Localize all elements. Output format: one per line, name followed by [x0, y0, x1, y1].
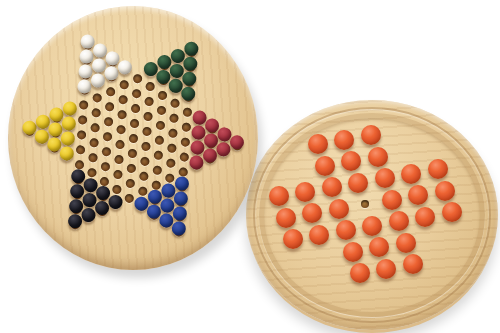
empty-hole[interactable] — [124, 193, 134, 203]
peg-blue[interactable] — [171, 221, 186, 236]
empty-hole[interactable] — [182, 107, 192, 117]
empty-hole[interactable] — [116, 125, 126, 135]
marble-orange[interactable] — [315, 156, 335, 176]
marble-orange[interactable] — [376, 259, 396, 279]
empty-hole[interactable] — [167, 143, 177, 153]
marble-orange[interactable] — [309, 225, 329, 245]
empty-hole[interactable] — [99, 176, 109, 186]
peg-blue[interactable] — [173, 191, 188, 206]
marble-orange[interactable] — [396, 233, 416, 253]
empty-hole[interactable] — [144, 97, 154, 107]
marble-orange[interactable] — [329, 199, 349, 219]
peg-white[interactable] — [104, 66, 119, 81]
marble-orange[interactable] — [389, 211, 409, 231]
empty-hole[interactable] — [78, 100, 88, 110]
empty-hole[interactable] — [89, 138, 99, 148]
marble-orange[interactable] — [401, 164, 421, 184]
marble-orange[interactable] — [269, 186, 289, 206]
empty-hole[interactable] — [143, 112, 153, 122]
empty-hole[interactable] — [127, 148, 137, 158]
peg-yellow[interactable] — [59, 145, 74, 160]
marble-orange[interactable] — [341, 151, 361, 171]
empty-hole[interactable] — [114, 155, 124, 165]
empty-hole[interactable] — [139, 172, 149, 182]
empty-hole[interactable] — [128, 133, 138, 143]
empty-hole[interactable] — [170, 99, 180, 109]
marble-orange[interactable] — [350, 263, 370, 283]
empty-hole[interactable] — [145, 82, 155, 92]
marble-orange[interactable] — [369, 237, 389, 257]
empty-hole[interactable] — [138, 186, 148, 196]
marble-orange[interactable] — [435, 181, 455, 201]
empty-hole[interactable] — [76, 130, 86, 140]
marble-orange[interactable] — [362, 216, 382, 236]
marble-orange[interactable] — [276, 208, 296, 228]
empty-hole[interactable] — [169, 113, 179, 123]
peg-black[interactable] — [95, 201, 110, 216]
empty-hole[interactable] — [157, 90, 167, 100]
empty-hole[interactable] — [125, 178, 135, 188]
chinese-checkers-pieces-layer — [8, 6, 258, 270]
empty-hole[interactable] — [119, 80, 129, 90]
marble-orange[interactable] — [415, 207, 435, 227]
empty-hole[interactable] — [100, 161, 110, 171]
empty-hole[interactable] — [166, 158, 176, 168]
marble-orange[interactable] — [308, 134, 328, 154]
product-photo-two-wooden-game-boards — [0, 0, 500, 333]
empty-hole[interactable] — [130, 103, 140, 113]
marble-orange[interactable] — [295, 182, 315, 202]
marble-orange[interactable] — [442, 202, 462, 222]
empty-hole[interactable] — [141, 142, 151, 152]
empty-hole[interactable] — [155, 120, 165, 130]
empty-hole[interactable] — [140, 157, 150, 167]
peg-white[interactable] — [77, 79, 92, 94]
empty-hole[interactable] — [154, 135, 164, 145]
empty-hole[interactable] — [104, 101, 114, 111]
marble-orange[interactable] — [361, 125, 381, 145]
empty-hole[interactable] — [91, 108, 101, 118]
marble-orange[interactable] — [336, 220, 356, 240]
empty-hole[interactable] — [152, 165, 162, 175]
empty-hole[interactable] — [142, 127, 152, 137]
marble-orange[interactable] — [408, 185, 428, 205]
peg-yellow[interactable] — [61, 116, 76, 131]
empty-hole[interactable] — [178, 167, 188, 177]
peg-white[interactable] — [90, 72, 105, 87]
empty-hole[interactable] — [87, 168, 97, 178]
peg-dark-green[interactable] — [182, 71, 197, 86]
empty-hole[interactable] — [102, 131, 112, 141]
empty-hole[interactable] — [105, 86, 115, 96]
empty-hole[interactable] — [151, 180, 161, 190]
peg-dark-red[interactable] — [216, 141, 231, 156]
marble-orange[interactable] — [302, 203, 322, 223]
empty-hole[interactable] — [90, 123, 100, 133]
empty-hole[interactable] — [101, 146, 111, 156]
peg-dark-green[interactable] — [184, 41, 199, 56]
empty-hole[interactable] — [115, 140, 125, 150]
empty-hole[interactable] — [75, 145, 85, 155]
empty-hole[interactable] — [92, 93, 102, 103]
marble-orange[interactable] — [322, 177, 342, 197]
empty-hole[interactable] — [112, 185, 122, 195]
marble-orange[interactable] — [283, 229, 303, 249]
empty-hole[interactable] — [132, 73, 142, 83]
peg-blue[interactable] — [174, 176, 189, 191]
peg-yellow[interactable] — [62, 101, 77, 116]
empty-hole[interactable] — [103, 116, 113, 126]
marble-orange[interactable] — [348, 173, 368, 193]
empty-hole[interactable] — [164, 173, 174, 183]
chinese-checkers-board — [8, 6, 258, 270]
marble-orange[interactable] — [428, 159, 448, 179]
empty-hole[interactable] — [118, 95, 128, 105]
marble-orange[interactable] — [343, 242, 363, 262]
peg-black[interactable] — [81, 207, 96, 222]
empty-hole[interactable] — [180, 137, 190, 147]
marble-orange[interactable] — [403, 254, 423, 274]
empty-center-hole[interactable] — [361, 200, 369, 208]
empty-hole[interactable] — [74, 159, 84, 169]
empty-hole[interactable] — [129, 118, 139, 128]
marble-orange[interactable] — [375, 168, 395, 188]
empty-hole[interactable] — [179, 152, 189, 162]
empty-hole[interactable] — [168, 128, 178, 138]
peg-dark-red[interactable] — [203, 148, 218, 163]
marble-orange[interactable] — [334, 130, 354, 150]
peg-black[interactable] — [108, 194, 123, 209]
empty-hole[interactable] — [77, 115, 87, 125]
empty-hole[interactable] — [88, 153, 98, 163]
empty-hole[interactable] — [113, 170, 123, 180]
peg-yellow[interactable] — [60, 130, 75, 145]
marble-orange[interactable] — [382, 190, 402, 210]
peg-dark-red[interactable] — [229, 135, 244, 150]
empty-hole[interactable] — [131, 88, 141, 98]
peg-black[interactable] — [68, 214, 83, 229]
empty-hole[interactable] — [126, 163, 136, 173]
solitaire-pieces-layer — [246, 100, 498, 330]
peg-solitaire-board — [246, 100, 498, 330]
empty-hole[interactable] — [153, 150, 163, 160]
peg-dark-red[interactable] — [189, 155, 204, 170]
peg-dark-green[interactable] — [181, 86, 196, 101]
marble-orange[interactable] — [368, 147, 388, 167]
empty-hole[interactable] — [117, 110, 127, 120]
peg-white[interactable] — [117, 59, 132, 74]
peg-dark-green[interactable] — [183, 56, 198, 71]
peg-blue[interactable] — [172, 206, 187, 221]
empty-hole[interactable] — [181, 122, 191, 132]
empty-hole[interactable] — [156, 105, 166, 115]
